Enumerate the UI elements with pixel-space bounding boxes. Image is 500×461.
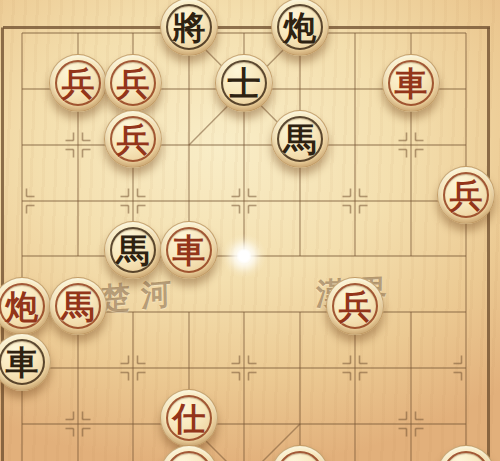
piece-black-炮[interactable]: 炮 xyxy=(271,0,329,56)
piece-character: 炮 xyxy=(272,0,328,55)
piece-character xyxy=(272,446,328,461)
piece-red-仕[interactable]: 仕 xyxy=(160,389,218,447)
piece-character xyxy=(161,446,217,461)
piece-character: 車 xyxy=(161,222,217,278)
piece-character: 馬 xyxy=(50,278,106,334)
piece-red-unknown[interactable] xyxy=(437,445,495,461)
piece-character: 炮 xyxy=(0,278,50,334)
piece-character: 車 xyxy=(0,334,50,390)
piece-character: 馬 xyxy=(105,222,161,278)
piece-red-車[interactable]: 車 xyxy=(382,54,440,112)
piece-character: 仕 xyxy=(161,390,217,446)
piece-black-士[interactable]: 士 xyxy=(215,54,273,112)
piece-red-車[interactable]: 車 xyxy=(160,221,218,279)
piece-character: 將 xyxy=(161,0,217,55)
piece-character: 兵 xyxy=(105,111,161,167)
piece-character: 兵 xyxy=(438,167,494,223)
piece-red-炮[interactable]: 炮 xyxy=(0,277,51,335)
xiangqi-board: 楚河 漢界 將炮兵兵士車兵馬兵馬車炮馬兵車仕 xyxy=(0,0,500,461)
piece-black-馬[interactable]: 馬 xyxy=(271,110,329,168)
piece-red-兵[interactable]: 兵 xyxy=(104,54,162,112)
piece-character: 士 xyxy=(216,55,272,111)
piece-black-車[interactable]: 車 xyxy=(0,333,51,391)
piece-red-unknown[interactable] xyxy=(271,445,329,461)
piece-character xyxy=(438,446,494,461)
piece-black-將[interactable]: 將 xyxy=(160,0,218,56)
piece-red-unknown[interactable] xyxy=(160,445,218,461)
river-label-chu-he: 楚河 xyxy=(100,272,182,320)
piece-character: 兵 xyxy=(105,55,161,111)
piece-character: 馬 xyxy=(272,111,328,167)
piece-red-兵[interactable]: 兵 xyxy=(49,54,107,112)
piece-red-馬[interactable]: 馬 xyxy=(49,277,107,335)
piece-red-兵[interactable]: 兵 xyxy=(437,166,495,224)
piece-character: 兵 xyxy=(50,55,106,111)
piece-red-兵[interactable]: 兵 xyxy=(104,110,162,168)
piece-character: 兵 xyxy=(327,278,383,334)
piece-black-馬[interactable]: 馬 xyxy=(104,221,162,279)
piece-character: 車 xyxy=(383,55,439,111)
piece-red-兵[interactable]: 兵 xyxy=(326,277,384,335)
